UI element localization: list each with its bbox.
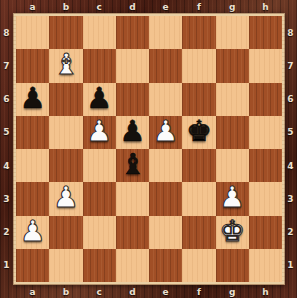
- file-label-b: b: [49, 285, 82, 298]
- rank-label-2: 2: [0, 216, 13, 249]
- file-label-g: g: [216, 285, 249, 298]
- square-d8[interactable]: [116, 16, 149, 49]
- square-d4[interactable]: ♝: [116, 149, 149, 182]
- square-a2[interactable]: ♟: [16, 216, 49, 249]
- square-f2[interactable]: [182, 216, 215, 249]
- white-pawn-c5[interactable]: ♟: [86, 117, 112, 146]
- square-d6[interactable]: [116, 83, 149, 116]
- file-label-d: d: [116, 285, 149, 298]
- square-d5[interactable]: ♟: [116, 116, 149, 149]
- square-d2[interactable]: [116, 216, 149, 249]
- square-f3[interactable]: [182, 182, 215, 215]
- square-c7[interactable]: [83, 49, 116, 82]
- board-frame: ♝♟♟♟♟♟♚♝♟♟♟♚: [13, 13, 285, 285]
- white-pawn-a2[interactable]: ♟: [20, 217, 46, 246]
- black-king-f5[interactable]: ♚: [186, 117, 212, 146]
- rank-label-2: 2: [284, 216, 297, 249]
- square-f4[interactable]: [182, 149, 215, 182]
- rank-labels-left: 87654321: [0, 16, 13, 282]
- square-h5[interactable]: [249, 116, 282, 149]
- file-label-d: d: [116, 0, 149, 13]
- square-h6[interactable]: [249, 83, 282, 116]
- square-f1[interactable]: [182, 249, 215, 282]
- rank-label-5: 5: [0, 116, 13, 149]
- square-g4[interactable]: [216, 149, 249, 182]
- file-label-h: h: [249, 0, 282, 13]
- square-a3[interactable]: [16, 182, 49, 215]
- black-pawn-c6[interactable]: ♟: [86, 84, 112, 113]
- square-g5[interactable]: [216, 116, 249, 149]
- square-f6[interactable]: [182, 83, 215, 116]
- square-e1[interactable]: [149, 249, 182, 282]
- rank-label-3: 3: [284, 182, 297, 215]
- square-d3[interactable]: [116, 182, 149, 215]
- chessboard: ♝♟♟♟♟♟♚♝♟♟♟♚: [16, 16, 282, 282]
- file-label-e: e: [149, 285, 182, 298]
- square-a4[interactable]: [16, 149, 49, 182]
- square-c5[interactable]: ♟: [83, 116, 116, 149]
- rank-label-8: 8: [0, 16, 13, 49]
- rank-label-4: 4: [284, 149, 297, 182]
- square-f8[interactable]: [182, 16, 215, 49]
- rank-label-1: 1: [0, 249, 13, 282]
- black-bishop-d4[interactable]: ♝: [119, 150, 145, 179]
- square-b7[interactable]: ♝: [49, 49, 82, 82]
- file-label-c: c: [83, 0, 116, 13]
- rank-label-6: 6: [0, 83, 13, 116]
- file-labels-bottom: abcdefgh: [16, 285, 282, 298]
- square-e2[interactable]: [149, 216, 182, 249]
- file-label-g: g: [216, 0, 249, 13]
- rank-labels-right: 87654321: [284, 16, 297, 282]
- square-c2[interactable]: [83, 216, 116, 249]
- square-h7[interactable]: [249, 49, 282, 82]
- square-b4[interactable]: [49, 149, 82, 182]
- square-c8[interactable]: [83, 16, 116, 49]
- square-b2[interactable]: [49, 216, 82, 249]
- square-h3[interactable]: [249, 182, 282, 215]
- white-king-g2[interactable]: ♚: [219, 217, 245, 246]
- white-pawn-e5[interactable]: ♟: [153, 117, 179, 146]
- square-b5[interactable]: [49, 116, 82, 149]
- rank-label-1: 1: [284, 249, 297, 282]
- file-label-a: a: [16, 0, 49, 13]
- file-labels-top: abcdefgh: [16, 0, 282, 13]
- square-h2[interactable]: [249, 216, 282, 249]
- file-label-f: f: [182, 285, 215, 298]
- square-h4[interactable]: [249, 149, 282, 182]
- square-g1[interactable]: [216, 249, 249, 282]
- file-label-b: b: [49, 0, 82, 13]
- rank-label-4: 4: [0, 149, 13, 182]
- rank-label-3: 3: [0, 182, 13, 215]
- rank-label-8: 8: [284, 16, 297, 49]
- white-pawn-g3[interactable]: ♟: [219, 183, 245, 212]
- square-b6[interactable]: [49, 83, 82, 116]
- file-label-a: a: [16, 285, 49, 298]
- file-label-e: e: [149, 0, 182, 13]
- square-g2[interactable]: ♚: [216, 216, 249, 249]
- square-c1[interactable]: [83, 249, 116, 282]
- square-d1[interactable]: [116, 249, 149, 282]
- black-pawn-a6[interactable]: ♟: [20, 84, 46, 113]
- rank-label-7: 7: [284, 49, 297, 82]
- file-label-f: f: [182, 0, 215, 13]
- square-e7[interactable]: [149, 49, 182, 82]
- rank-label-7: 7: [0, 49, 13, 82]
- square-e6[interactable]: [149, 83, 182, 116]
- square-g7[interactable]: [216, 49, 249, 82]
- square-b8[interactable]: [49, 16, 82, 49]
- square-b3[interactable]: ♟: [49, 182, 82, 215]
- square-h8[interactable]: [249, 16, 282, 49]
- square-f5[interactable]: ♚: [182, 116, 215, 149]
- square-c6[interactable]: ♟: [83, 83, 116, 116]
- file-label-c: c: [83, 285, 116, 298]
- chess-diagram: abcdefgh abcdefgh 87654321 87654321 ♝♟♟♟…: [0, 0, 297, 298]
- square-e8[interactable]: [149, 16, 182, 49]
- square-f7[interactable]: [182, 49, 215, 82]
- square-g6[interactable]: [216, 83, 249, 116]
- black-pawn-d5[interactable]: ♟: [119, 117, 145, 146]
- square-e3[interactable]: [149, 182, 182, 215]
- square-e5[interactable]: ♟: [149, 116, 182, 149]
- square-b1[interactable]: [49, 249, 82, 282]
- rank-label-5: 5: [284, 116, 297, 149]
- white-pawn-b3[interactable]: ♟: [53, 183, 79, 212]
- square-a5[interactable]: [16, 116, 49, 149]
- square-g8[interactable]: [216, 16, 249, 49]
- file-label-h: h: [249, 285, 282, 298]
- rank-label-6: 6: [284, 83, 297, 116]
- white-bishop-b7[interactable]: ♝: [53, 50, 79, 79]
- square-c3[interactable]: [83, 182, 116, 215]
- square-g3[interactable]: ♟: [216, 182, 249, 215]
- square-d7[interactable]: [116, 49, 149, 82]
- square-c4[interactable]: [83, 149, 116, 182]
- square-h1[interactable]: [249, 249, 282, 282]
- square-a7[interactable]: [16, 49, 49, 82]
- square-a8[interactable]: [16, 16, 49, 49]
- square-a6[interactable]: ♟: [16, 83, 49, 116]
- square-a1[interactable]: [16, 249, 49, 282]
- square-e4[interactable]: [149, 149, 182, 182]
